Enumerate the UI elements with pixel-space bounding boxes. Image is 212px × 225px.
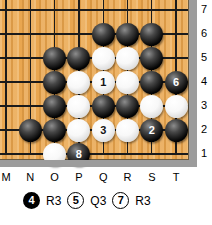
stone-q6 bbox=[92, 23, 115, 46]
stone-p2 bbox=[67, 119, 90, 142]
stone-t4-move-6: 6 bbox=[165, 71, 188, 94]
stone-r4 bbox=[116, 71, 139, 94]
stone-s3 bbox=[140, 95, 163, 118]
board-edge-frame-right bbox=[189, 0, 197, 167]
stone-q3 bbox=[92, 95, 115, 118]
caption-move-4-stone: 4 bbox=[23, 192, 40, 209]
stone-q4-move-1: 1 bbox=[92, 71, 115, 94]
stone-p4 bbox=[67, 71, 90, 94]
row-label-3: 3 bbox=[197, 99, 211, 111]
caption-move-4-point: R3 bbox=[46, 194, 61, 208]
board-wood: 16328 bbox=[0, 0, 189, 160]
stone-q2-move-3: 3 bbox=[92, 119, 115, 142]
stone-p5 bbox=[67, 47, 90, 70]
stone-q5 bbox=[92, 47, 115, 70]
stone-o4 bbox=[43, 71, 66, 94]
move-caption: 4R35Q37R3 bbox=[23, 192, 151, 209]
stone-p3 bbox=[67, 95, 90, 118]
stone-o3 bbox=[43, 95, 66, 118]
grid-line-row-1 bbox=[0, 153, 188, 154]
stone-n2 bbox=[19, 119, 42, 142]
stone-o2 bbox=[43, 119, 66, 142]
caption-move-5-stone: 5 bbox=[67, 192, 84, 209]
grid-line-col-M bbox=[5, 0, 6, 155]
row-label-4: 4 bbox=[197, 75, 211, 87]
row-label-1: 1 bbox=[197, 147, 211, 159]
col-label-P: P bbox=[71, 171, 87, 183]
row-label-7: 7 bbox=[197, 3, 211, 15]
stone-o5 bbox=[43, 47, 66, 70]
stone-t2 bbox=[165, 119, 188, 142]
stone-t3 bbox=[165, 95, 188, 118]
col-label-M: M bbox=[0, 171, 14, 183]
stone-s4 bbox=[140, 71, 163, 94]
kifu-diagram-page: 16328 MNOPQRST 7654321 4R35Q37R3 bbox=[0, 0, 212, 225]
col-label-N: N bbox=[22, 171, 38, 183]
col-label-R: R bbox=[120, 171, 136, 183]
col-label-S: S bbox=[144, 171, 160, 183]
col-label-T: T bbox=[168, 171, 184, 183]
grid-line-row-7 bbox=[0, 9, 188, 10]
board-edge-frame-bottom bbox=[0, 160, 197, 167]
caption-move-7-stone: 7 bbox=[112, 192, 129, 209]
stone-s6 bbox=[140, 23, 163, 46]
stone-s5 bbox=[140, 47, 163, 70]
caption-move-7-point: R3 bbox=[135, 194, 150, 208]
stone-r2 bbox=[116, 119, 139, 142]
stone-r6 bbox=[116, 23, 139, 46]
stone-r5 bbox=[116, 47, 139, 70]
col-label-Q: Q bbox=[95, 171, 111, 183]
col-label-O: O bbox=[47, 171, 63, 183]
stone-s2-move-2: 2 bbox=[140, 119, 163, 142]
caption-move-5-point: Q3 bbox=[90, 194, 106, 208]
stone-r3 bbox=[116, 95, 139, 118]
row-label-5: 5 bbox=[197, 51, 211, 63]
row-label-6: 6 bbox=[197, 27, 211, 39]
row-label-2: 2 bbox=[197, 123, 211, 135]
